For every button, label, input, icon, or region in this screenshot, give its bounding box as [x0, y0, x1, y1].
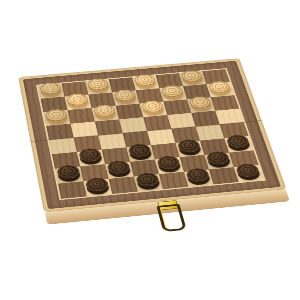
- light-piece[interactable]: [86, 78, 109, 91]
- dark-piece[interactable]: [185, 168, 210, 183]
- light-piece[interactable]: [141, 100, 165, 113]
- light-piece[interactable]: [180, 70, 204, 83]
- light-piece[interactable]: [188, 96, 212, 109]
- dark-piece[interactable]: [156, 155, 181, 169]
- light-piece[interactable]: [93, 104, 117, 117]
- light-piece[interactable]: [207, 80, 231, 93]
- board-square[interactable]: [234, 165, 264, 182]
- board-square[interactable]: [109, 177, 138, 194]
- light-piece[interactable]: [45, 108, 68, 122]
- light-piece[interactable]: [39, 82, 62, 95]
- dark-piece[interactable]: [85, 177, 110, 192]
- playing-area: [36, 68, 266, 200]
- dark-piece[interactable]: [106, 160, 131, 175]
- dark-piece[interactable]: [56, 164, 80, 179]
- dark-piece[interactable]: [78, 148, 102, 162]
- dark-piece[interactable]: [177, 139, 202, 153]
- dark-piece[interactable]: [205, 151, 230, 165]
- light-piece[interactable]: [161, 84, 185, 97]
- light-piece[interactable]: [113, 89, 136, 102]
- light-piece[interactable]: [66, 93, 89, 106]
- light-piece[interactable]: [133, 74, 156, 87]
- board-square[interactable]: [58, 181, 87, 199]
- dark-piece[interactable]: [128, 143, 152, 157]
- checkers-board: [18, 58, 286, 212]
- dark-piece[interactable]: [235, 163, 261, 178]
- dark-piece[interactable]: [225, 134, 250, 148]
- board-square[interactable]: [83, 179, 112, 197]
- scene: [0, 0, 300, 300]
- board-grid: [38, 69, 264, 199]
- board-frame: [23, 61, 281, 209]
- dark-piece[interactable]: [135, 172, 160, 187]
